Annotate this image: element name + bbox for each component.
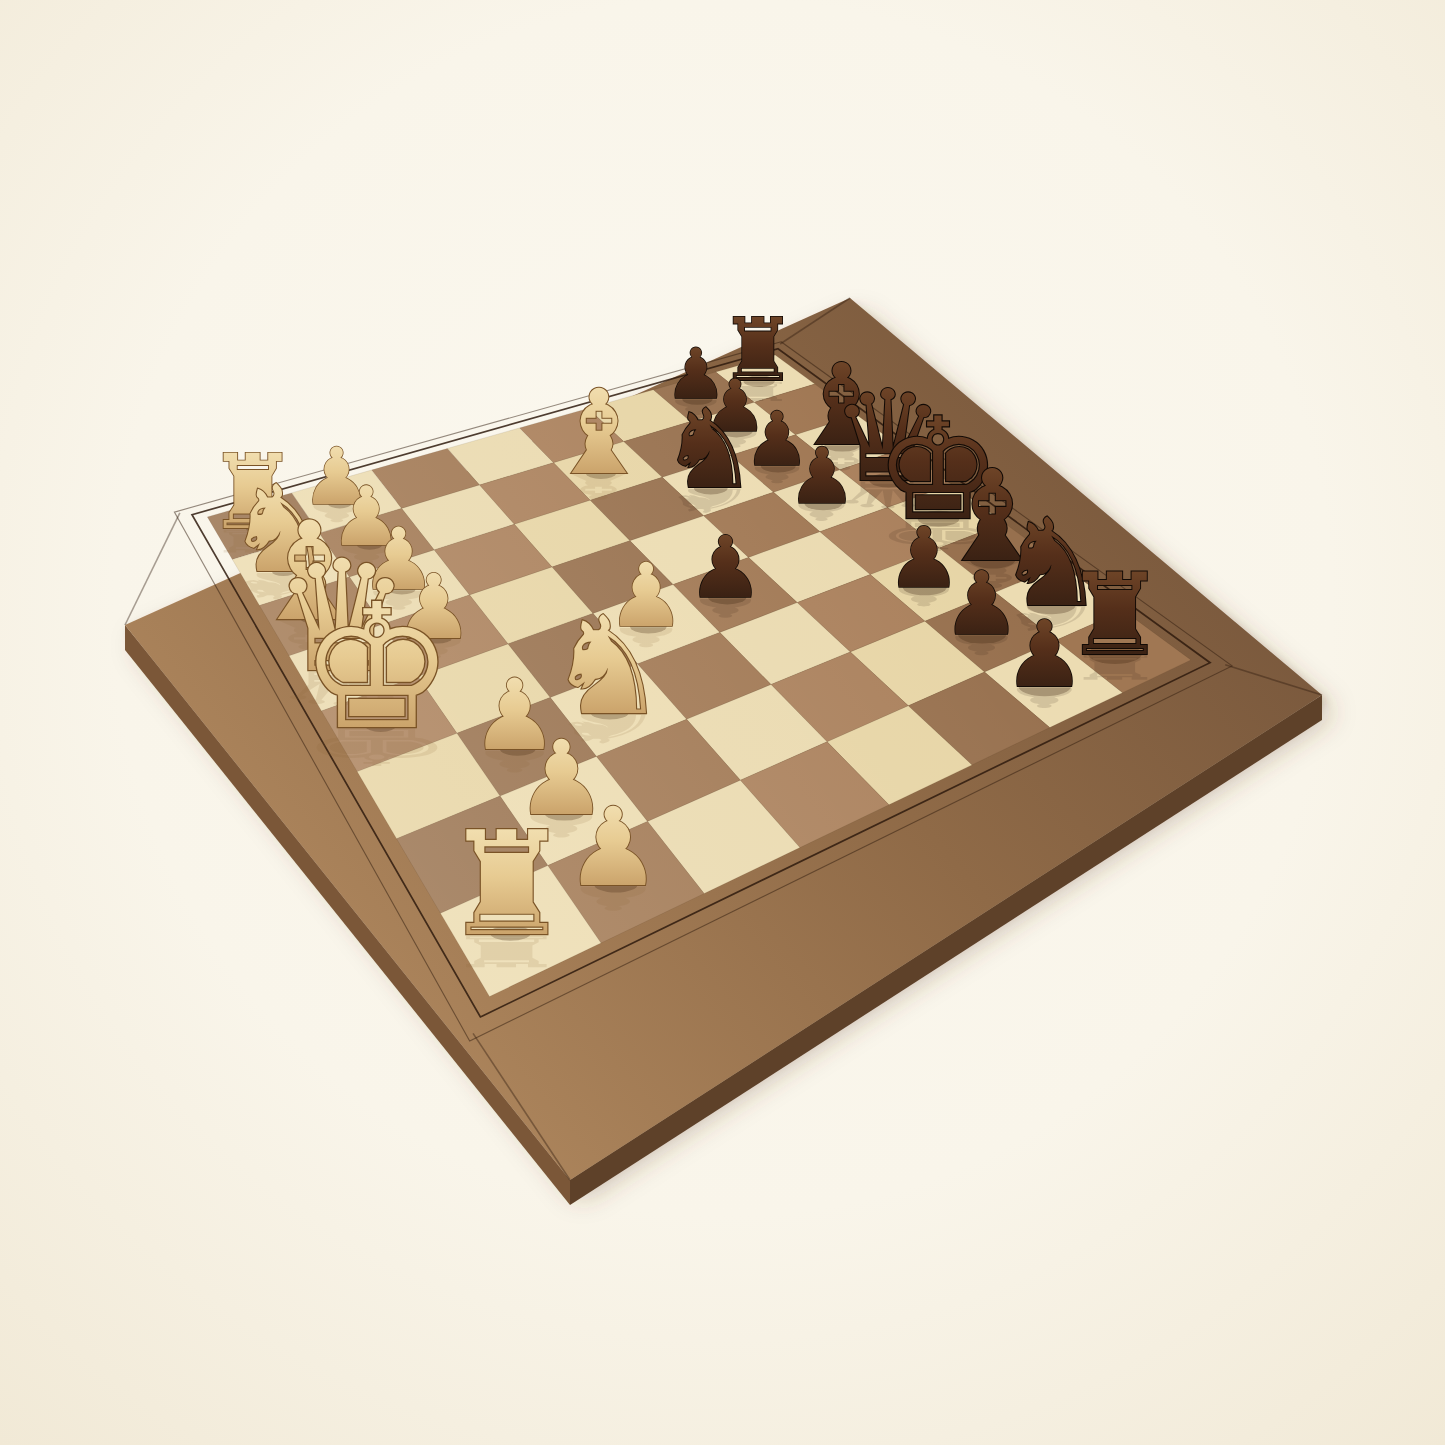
white-pawn-glyph: ♟	[564, 784, 661, 911]
white-king-glyph: ♚	[300, 567, 455, 768]
piece-white-bishop-b5: ♝♝	[546, 364, 651, 507]
black-pawn-glyph: ♟	[787, 431, 856, 521]
piece-black-pawn-h7: ♟♟	[1003, 601, 1085, 713]
piece-black-pawn-e5: ♟♟	[687, 518, 763, 622]
piece-black-pawn-d7: ♟♟	[787, 431, 856, 526]
piece-black-knight-c6: ♞♞	[660, 386, 758, 519]
black-pawn-glyph: ♟	[1003, 601, 1085, 708]
white-bishop-glyph: ♝	[546, 364, 651, 501]
product-photo-stage: ♜♜♟♟♟♟♝♝♟♟♝♝♛♛♞♞♟♟♟♟♚♚♜♜♟♟♝♝♞♞♟♟♟♟♟♟♞♞♝♝…	[0, 0, 1445, 1445]
piece-white-pawn-h2: ♟♟	[564, 784, 661, 917]
piece-white-king-e1: ♚♚	[300, 567, 455, 776]
piece-white-rook-h1: ♜♜	[442, 801, 571, 975]
chess-board-photo: ♜♜♟♟♟♟♝♝♟♟♝♝♛♛♞♞♟♟♟♟♚♚♜♜♟♟♝♝♞♞♟♟♟♟♟♟♞♞♝♝…	[0, 0, 1445, 1445]
black-pawn-glyph: ♟	[687, 518, 763, 617]
white-rook-glyph: ♜	[442, 801, 571, 968]
black-knight-glyph: ♞	[660, 386, 758, 513]
